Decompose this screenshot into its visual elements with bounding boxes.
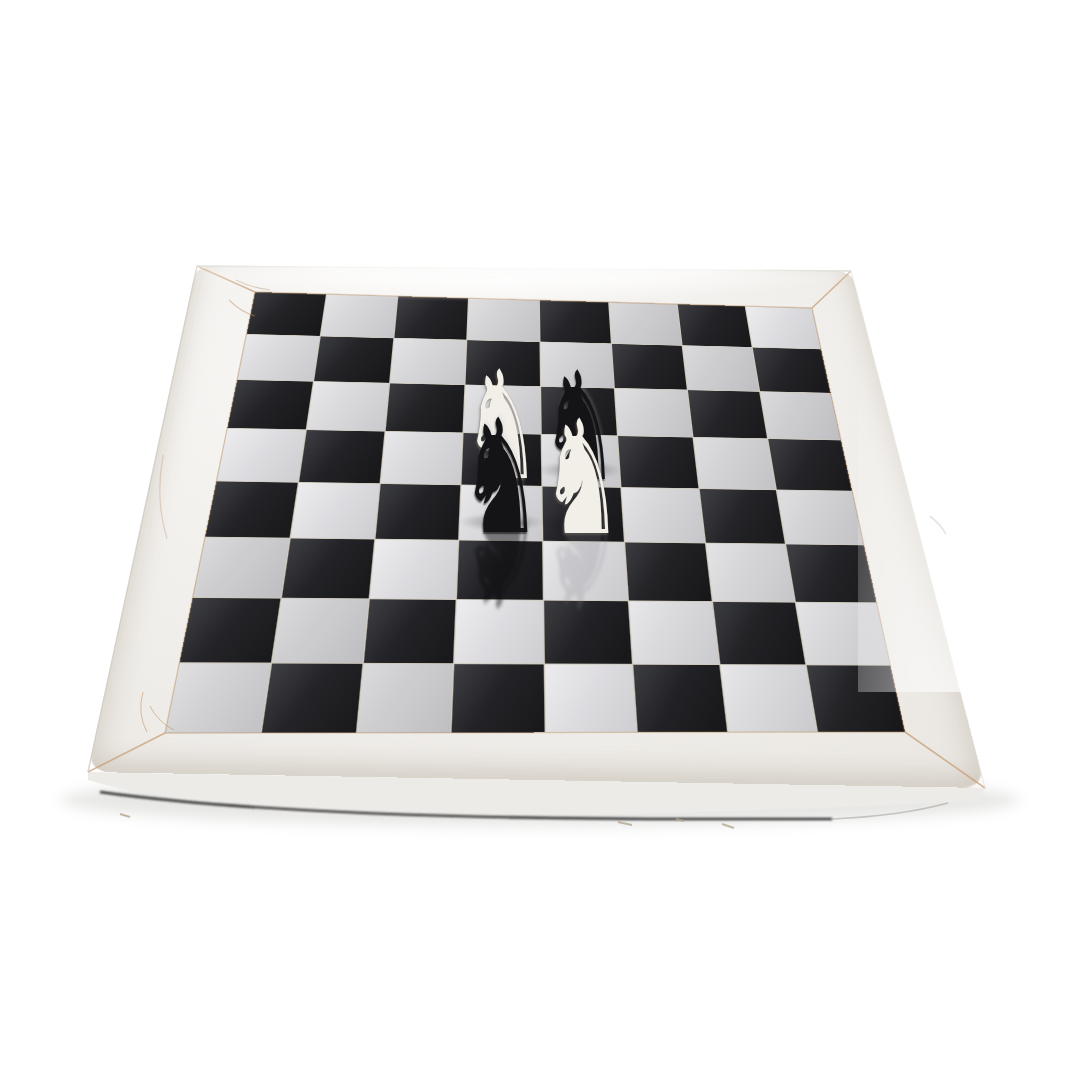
square-b5 xyxy=(299,430,384,482)
frame-notch-right xyxy=(930,516,946,534)
scene: ♞♞♞♞♞♞ xyxy=(0,0,1080,1080)
square-d2 xyxy=(455,600,543,664)
square-g3 xyxy=(706,543,795,601)
square-a1 xyxy=(165,663,271,733)
square-c5 xyxy=(381,432,463,484)
square-a6 xyxy=(227,380,313,429)
square-a7 xyxy=(237,335,320,382)
square-e7 xyxy=(540,342,613,388)
underside-dark-line xyxy=(100,792,832,819)
square-d1 xyxy=(452,664,544,733)
square-a3 xyxy=(193,537,290,597)
square-g4 xyxy=(699,489,784,544)
square-d6 xyxy=(464,385,540,434)
square-g1 xyxy=(720,665,816,732)
square-c2 xyxy=(364,599,456,663)
square-f8 xyxy=(609,302,682,345)
square-h3 xyxy=(786,544,877,602)
square-b8 xyxy=(321,294,398,338)
square-f6 xyxy=(615,389,693,437)
square-d4 xyxy=(460,485,542,540)
square-a4 xyxy=(205,481,298,537)
square-c1 xyxy=(358,664,454,733)
square-a2 xyxy=(179,598,280,663)
square-h5 xyxy=(768,439,852,490)
square-f1 xyxy=(633,665,727,733)
square-e8 xyxy=(539,300,610,343)
square-g6 xyxy=(688,390,767,438)
square-e5 xyxy=(541,435,620,487)
square-b1 xyxy=(262,663,363,732)
square-c7 xyxy=(390,338,466,384)
square-g2 xyxy=(713,602,805,665)
square-b2 xyxy=(272,598,369,662)
square-f2 xyxy=(629,601,719,664)
square-a5 xyxy=(217,429,306,482)
square-b4 xyxy=(291,482,380,538)
square-g8 xyxy=(677,304,751,347)
square-c6 xyxy=(386,384,465,433)
square-e6 xyxy=(541,387,617,436)
square-e4 xyxy=(542,486,624,541)
square-e3 xyxy=(543,541,628,600)
square-c4 xyxy=(376,484,461,540)
square-b3 xyxy=(282,538,375,598)
square-h4 xyxy=(777,490,864,544)
square-b7 xyxy=(314,337,393,383)
debris-specks xyxy=(120,814,734,828)
square-f5 xyxy=(618,436,698,488)
underside-dark-line-fade xyxy=(832,803,948,819)
square-f7 xyxy=(612,344,687,390)
square-h1 xyxy=(806,665,905,732)
square-c8 xyxy=(395,296,469,340)
square-h8 xyxy=(746,306,821,349)
square-g5 xyxy=(693,438,775,489)
square-h2 xyxy=(796,602,891,664)
square-c3 xyxy=(370,539,458,599)
square-d7 xyxy=(466,340,540,386)
square-g7 xyxy=(682,346,759,391)
square-a8 xyxy=(246,292,326,336)
square-f3 xyxy=(625,542,712,601)
square-b6 xyxy=(307,382,389,431)
square-e2 xyxy=(543,600,631,663)
square-e1 xyxy=(544,664,636,732)
square-h6 xyxy=(760,392,841,440)
square-f4 xyxy=(621,487,704,542)
chess-board xyxy=(165,292,905,733)
square-d5 xyxy=(462,433,541,485)
square-d3 xyxy=(457,540,542,599)
square-d8 xyxy=(468,298,539,341)
square-h7 xyxy=(753,348,831,393)
